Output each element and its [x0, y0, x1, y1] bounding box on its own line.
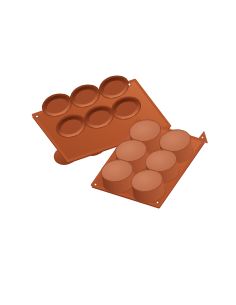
front-mould-hole-left — [94, 183, 97, 186]
front-mould-hole-tab — [201, 136, 203, 138]
back-mould-hole-left — [36, 115, 39, 118]
mould-illustration — [0, 0, 236, 305]
front-mould-hole-bottom — [156, 201, 159, 204]
back-mould-hole-top — [128, 83, 131, 86]
product-photo — [0, 0, 236, 305]
